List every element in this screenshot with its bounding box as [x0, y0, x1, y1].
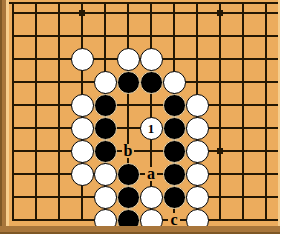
board-right-highlight — [278, 0, 281, 226]
white-stone — [71, 140, 94, 163]
white-stone — [186, 140, 209, 163]
intersection-c3-r5 — [48, 94, 71, 117]
white-stone-move-1: 1 — [140, 117, 163, 140]
intersection-c12-r4 — [255, 71, 278, 94]
intersection-c6-r8 — [117, 163, 140, 186]
intersection-c12-r7 — [255, 140, 278, 163]
board-top-cut-border — [6, 2, 280, 4]
intersection-c9-r4 — [186, 71, 209, 94]
black-stone — [117, 71, 140, 94]
intersection-c5-r2 — [94, 25, 117, 48]
intersection-c4-r3 — [71, 48, 94, 71]
point-label-c: c — [168, 213, 179, 227]
intersection-c2-r9 — [25, 186, 48, 209]
intersection-c4-r8 — [71, 163, 94, 186]
intersection-c7-r8: a — [140, 163, 163, 186]
intersection-c4-r1 — [71, 2, 94, 25]
intersection-c3-r1 — [48, 2, 71, 25]
intersection-c10-r3 — [209, 48, 232, 71]
intersection-c2-r7 — [25, 140, 48, 163]
intersection-c11-r7 — [232, 140, 255, 163]
intersection-c12-r2 — [255, 25, 278, 48]
intersection-c5-r6 — [94, 117, 117, 140]
intersection-c9-r8 — [186, 163, 209, 186]
intersection-c11-r1 — [232, 2, 255, 25]
intersection-c8-r5 — [163, 94, 186, 117]
intersection-c11-r9 — [232, 186, 255, 209]
white-stone — [71, 163, 94, 186]
black-stone — [163, 140, 186, 163]
intersection-c8-r1 — [163, 2, 186, 25]
intersection-c3-r7 — [48, 140, 71, 163]
intersection-c12-r5 — [255, 94, 278, 117]
intersection-c10-r5 — [209, 94, 232, 117]
intersection-c2-r3 — [25, 48, 48, 71]
board-left-edge-highlight — [6, 0, 9, 234]
go-board-grid: 1bac — [2, 2, 278, 232]
intersection-c10-r1 — [209, 2, 232, 25]
black-stone — [117, 186, 140, 209]
intersection-c10-r7 — [209, 140, 232, 163]
intersection-c8-r2 — [163, 25, 186, 48]
white-stone — [94, 186, 117, 209]
intersection-c3-r4 — [48, 71, 71, 94]
intersection-c12-r6 — [255, 117, 278, 140]
intersection-c2-r1 — [25, 2, 48, 25]
white-stone — [94, 71, 117, 94]
white-stone — [71, 48, 94, 71]
intersection-c8-r6 — [163, 117, 186, 140]
intersection-c10-r4 — [209, 71, 232, 94]
white-stone — [186, 163, 209, 186]
black-stone — [163, 94, 186, 117]
white-stone — [186, 94, 209, 117]
intersection-c11-r2 — [232, 25, 255, 48]
black-stone — [117, 163, 140, 186]
intersection-c10-r6 — [209, 117, 232, 140]
intersection-c12-r8 — [255, 163, 278, 186]
intersection-c9-r3 — [186, 48, 209, 71]
intersection-c5-r5 — [94, 94, 117, 117]
intersection-c9-r7 — [186, 140, 209, 163]
white-stone — [186, 186, 209, 209]
white-stone — [117, 48, 140, 71]
intersection-c8-r9 — [163, 186, 186, 209]
board-bottom-edge-shadow — [0, 226, 280, 234]
intersection-c9-r1 — [186, 2, 209, 25]
intersection-c2-r4 — [25, 71, 48, 94]
intersection-c11-r4 — [232, 71, 255, 94]
black-stone — [163, 186, 186, 209]
intersection-c4-r5 — [71, 94, 94, 117]
intersection-c8-r8 — [163, 163, 186, 186]
intersection-c3-r9 — [48, 186, 71, 209]
intersection-c11-r5 — [232, 94, 255, 117]
intersection-c6-r9 — [117, 186, 140, 209]
intersection-c2-r2 — [25, 25, 48, 48]
intersection-c3-r2 — [48, 25, 71, 48]
intersection-c4-r4 — [71, 71, 94, 94]
intersection-c5-r9 — [94, 186, 117, 209]
intersection-c8-r7 — [163, 140, 186, 163]
intersection-c10-r2 — [209, 25, 232, 48]
intersection-c7-r3 — [140, 48, 163, 71]
intersection-c2-r6 — [25, 117, 48, 140]
intersection-c5-r8 — [94, 163, 117, 186]
intersection-c6-r7: b — [117, 140, 140, 163]
white-stone — [94, 163, 117, 186]
intersection-c5-r4 — [94, 71, 117, 94]
intersection-c7-r4 — [140, 71, 163, 94]
intersection-c7-r6: 1 — [140, 117, 163, 140]
intersection-c12-r1 — [255, 2, 278, 25]
move-number-label: 1 — [148, 122, 155, 135]
black-stone — [163, 163, 186, 186]
point-label-b: b — [122, 144, 135, 158]
go-diagram: 1bac — [0, 0, 280, 234]
intersection-c4-r9 — [71, 186, 94, 209]
intersection-c7-r2 — [140, 25, 163, 48]
intersection-c4-r7 — [71, 140, 94, 163]
intersection-c8-r3 — [163, 48, 186, 71]
white-stone — [140, 48, 163, 71]
intersection-c7-r5 — [140, 94, 163, 117]
intersection-c3-r3 — [48, 48, 71, 71]
intersection-c3-r8 — [48, 163, 71, 186]
intersection-c7-r7 — [140, 140, 163, 163]
intersection-c2-r5 — [25, 94, 48, 117]
intersection-c3-r6 — [48, 117, 71, 140]
intersection-c9-r2 — [186, 25, 209, 48]
intersection-c11-r8 — [232, 163, 255, 186]
white-stone — [140, 186, 163, 209]
point-label-a: a — [145, 167, 157, 181]
intersection-c6-r3 — [117, 48, 140, 71]
intersection-c9-r6 — [186, 117, 209, 140]
intersection-c4-r2 — [71, 25, 94, 48]
intersection-c9-r9 — [186, 186, 209, 209]
black-stone — [94, 140, 117, 163]
black-stone — [163, 117, 186, 140]
white-stone — [71, 117, 94, 140]
intersection-c11-r6 — [232, 117, 255, 140]
intersection-c12-r9 — [255, 186, 278, 209]
black-stone — [94, 94, 117, 117]
intersection-c2-r8 — [25, 163, 48, 186]
intersection-c6-r5 — [117, 94, 140, 117]
white-stone — [163, 71, 186, 94]
intersection-c5-r1 — [94, 2, 117, 25]
intersection-c10-r8 — [209, 163, 232, 186]
black-stone — [94, 117, 117, 140]
intersection-c6-r2 — [117, 25, 140, 48]
white-stone — [186, 117, 209, 140]
intersection-c6-r4 — [117, 71, 140, 94]
intersection-c5-r3 — [94, 48, 117, 71]
intersection-c6-r6 — [117, 117, 140, 140]
black-stone — [140, 71, 163, 94]
intersection-c7-r9 — [140, 186, 163, 209]
white-stone — [71, 94, 94, 117]
intersection-c7-r1 — [140, 2, 163, 25]
intersection-c4-r6 — [71, 117, 94, 140]
intersection-c5-r7 — [94, 140, 117, 163]
intersection-c11-r3 — [232, 48, 255, 71]
intersection-c6-r1 — [117, 2, 140, 25]
intersection-c8-r4 — [163, 71, 186, 94]
intersection-c12-r3 — [255, 48, 278, 71]
intersection-c9-r5 — [186, 94, 209, 117]
intersection-c10-r9 — [209, 186, 232, 209]
